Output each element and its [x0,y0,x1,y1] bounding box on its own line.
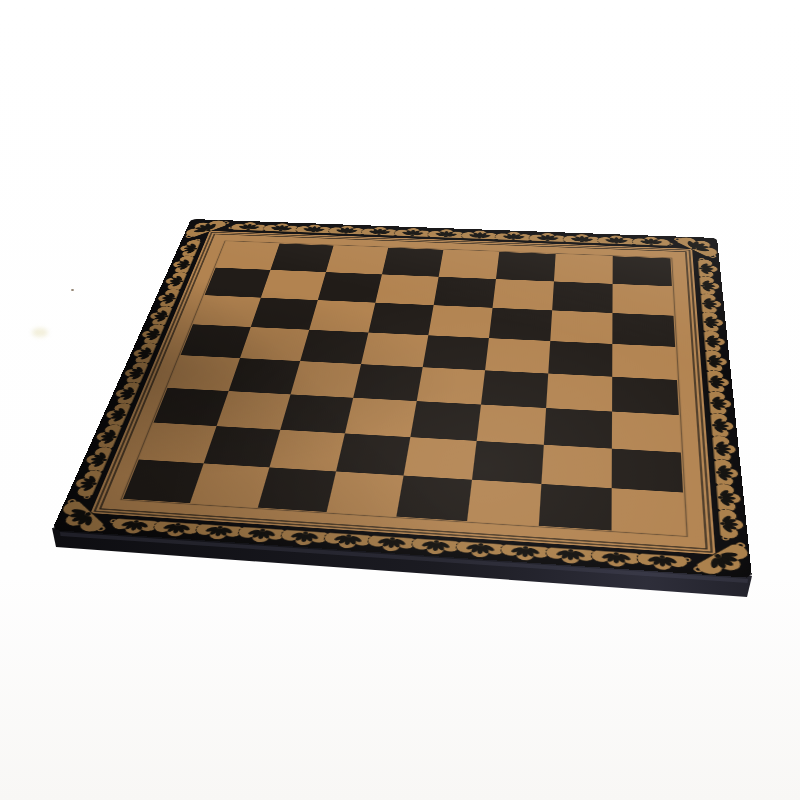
square-g2 [541,445,611,488]
square-f2 [472,441,544,484]
square-h7 [612,284,673,316]
square-h2 [612,449,683,493]
square-d1 [327,471,404,516]
fan-motif [392,227,434,237]
fan-motif [543,547,598,566]
fan-motif [589,550,644,569]
square-c1 [258,467,336,512]
square-e5 [423,335,489,370]
product-photo-scene [0,0,800,800]
square-c5 [300,330,368,364]
background-smudge [32,328,48,337]
fan-motif [277,529,332,547]
square-g1 [539,484,612,531]
fan-motif [359,226,401,236]
board-grid [123,241,685,535]
square-f6 [489,308,552,341]
square-b2 [204,426,281,467]
fan-motif [425,229,467,239]
square-c7 [318,272,382,303]
square-c8 [326,246,388,275]
square-d6 [368,303,433,336]
square-d4 [353,364,422,401]
fan-motif [718,508,746,542]
square-d2 [336,433,410,475]
square-b3 [217,391,291,430]
square-h5 [612,344,677,380]
square-c6 [309,300,375,332]
square-b5 [240,327,309,361]
fan-motif [320,532,375,550]
square-b7 [261,270,326,300]
square-g4 [546,374,612,412]
square-f5 [485,338,550,373]
fan-motif [452,541,507,560]
fan-motif [635,553,691,572]
square-f1 [467,480,541,526]
square-a7 [205,268,271,298]
square-g7 [552,281,612,313]
square-g8 [554,254,613,284]
square-f4 [481,370,548,408]
square-g3 [544,408,612,449]
square-a5 [181,324,251,358]
square-a6 [193,295,261,327]
square-a4 [167,355,240,391]
fan-motif [364,535,419,553]
square-d5 [361,333,428,368]
square-g5 [548,341,612,377]
square-b4 [229,358,301,394]
fan-motif [497,544,552,563]
square-b1 [190,463,269,507]
square-h6 [612,313,675,347]
square-e6 [428,305,492,338]
square-e1 [396,476,472,522]
fan-motif [233,526,288,544]
square-f7 [493,279,554,310]
square-c4 [291,361,362,398]
square-e7 [434,277,496,308]
square-c2 [269,430,344,472]
fan-motif [630,236,672,246]
square-h3 [612,412,681,453]
square-b6 [251,298,318,330]
square-f3 [477,405,546,445]
square-h1 [612,488,686,535]
square-d3 [345,398,417,437]
square-e2 [404,437,477,480]
square-b8 [270,244,333,273]
dust-speck [71,289,74,291]
fan-motif [459,230,501,240]
square-h4 [612,377,679,415]
square-f8 [496,252,556,282]
square-e3 [410,401,481,441]
square-d8 [382,248,443,277]
square-a8 [216,241,280,269]
square-d7 [375,274,438,305]
square-h8 [613,256,672,286]
square-c3 [280,394,353,433]
square-e4 [417,367,485,404]
square-g6 [550,310,612,344]
fan-motif [408,538,463,556]
square-e8 [439,250,500,279]
